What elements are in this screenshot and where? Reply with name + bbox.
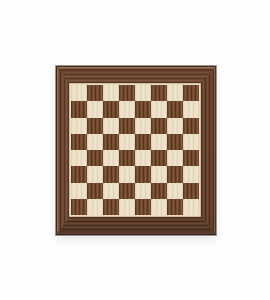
square-c2 (103, 183, 119, 199)
square-b6 (87, 118, 103, 134)
square-b8 (87, 85, 103, 101)
square-c3 (103, 166, 119, 182)
square-d1 (119, 199, 135, 215)
square-d8 (119, 85, 135, 101)
square-f2 (151, 183, 167, 199)
square-d2 (119, 183, 135, 199)
square-f8 (151, 85, 167, 101)
square-f3 (151, 166, 167, 182)
square-a4 (71, 150, 87, 166)
square-h3 (183, 166, 199, 182)
square-c1 (103, 199, 119, 215)
square-c6 (103, 118, 119, 134)
square-h5 (183, 134, 199, 150)
board-frame-right-rail (201, 66, 216, 235)
square-d6 (119, 118, 135, 134)
square-f4 (151, 150, 167, 166)
square-e4 (135, 150, 151, 166)
square-b2 (87, 183, 103, 199)
square-f1 (151, 199, 167, 215)
square-b1 (87, 199, 103, 215)
square-a1 (71, 199, 87, 215)
board-frame-bottom-rail (56, 217, 216, 235)
square-g7 (167, 101, 183, 117)
square-g3 (167, 166, 183, 182)
board-frame-top-rail (56, 66, 216, 83)
square-d7 (119, 101, 135, 117)
square-c7 (103, 101, 119, 117)
square-b3 (87, 166, 103, 182)
square-f7 (151, 101, 167, 117)
square-b5 (87, 134, 103, 150)
square-h6 (183, 118, 199, 134)
square-b4 (87, 150, 103, 166)
square-c5 (103, 134, 119, 150)
square-h7 (183, 101, 199, 117)
square-d5 (119, 134, 135, 150)
square-e5 (135, 134, 151, 150)
square-g4 (167, 150, 183, 166)
square-e7 (135, 101, 151, 117)
board-fillet-border (69, 83, 201, 217)
square-g1 (167, 199, 183, 215)
square-e3 (135, 166, 151, 182)
product-photo-canvas (0, 0, 270, 300)
square-e2 (135, 183, 151, 199)
square-a5 (71, 134, 87, 150)
square-b7 (87, 101, 103, 117)
square-d4 (119, 150, 135, 166)
square-a2 (71, 183, 87, 199)
square-e6 (135, 118, 151, 134)
square-d3 (119, 166, 135, 182)
square-h8 (183, 85, 199, 101)
square-a6 (71, 118, 87, 134)
square-g5 (167, 134, 183, 150)
square-c8 (103, 85, 119, 101)
board-grid (71, 85, 199, 215)
square-e1 (135, 199, 151, 215)
square-g6 (167, 118, 183, 134)
square-a3 (71, 166, 87, 182)
chess-board (56, 66, 216, 235)
square-c4 (103, 150, 119, 166)
square-a8 (71, 85, 87, 101)
square-e8 (135, 85, 151, 101)
board-frame-left-rail (56, 66, 69, 235)
square-g2 (167, 183, 183, 199)
square-a7 (71, 101, 87, 117)
square-f6 (151, 118, 167, 134)
square-h1 (183, 199, 199, 215)
square-g8 (167, 85, 183, 101)
square-h4 (183, 150, 199, 166)
square-h2 (183, 183, 199, 199)
square-f5 (151, 134, 167, 150)
